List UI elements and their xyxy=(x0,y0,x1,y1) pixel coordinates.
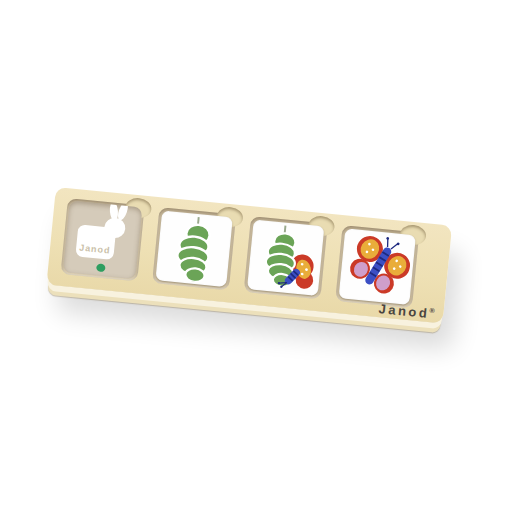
emerging-butterfly-icon xyxy=(251,222,321,294)
slot-emerging-butterfly xyxy=(244,216,328,299)
tile-chrysalis[interactable] xyxy=(155,210,232,287)
chrysalis-icon xyxy=(159,213,229,285)
butterfly-icon xyxy=(342,232,412,302)
product-photo-background: Janod xyxy=(0,0,510,510)
empty-recess-base: Janod xyxy=(63,200,143,279)
slot-butterfly xyxy=(335,225,419,308)
tile-butterfly[interactable] xyxy=(339,228,416,305)
tile-emerging-butterfly[interactable] xyxy=(247,219,324,296)
slot-chrysalis xyxy=(152,207,236,290)
puzzle-board: Janod xyxy=(46,187,452,323)
egg-dot-icon xyxy=(96,263,106,272)
registered-mark: ® xyxy=(429,307,435,314)
slot-egg-stage[interactable]: Janod xyxy=(61,198,145,281)
